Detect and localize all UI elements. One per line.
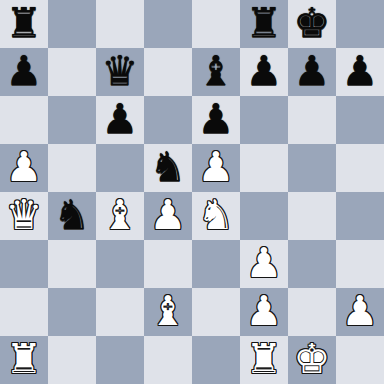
- square-g7[interactable]: ♟: [288, 48, 336, 96]
- square-h8[interactable]: [336, 0, 384, 48]
- square-a6[interactable]: [0, 96, 48, 144]
- black-king-g8[interactable]: ♚: [294, 0, 331, 47]
- square-h1[interactable]: [336, 336, 384, 384]
- black-rook-a8[interactable]: ♜: [6, 0, 43, 47]
- square-e7[interactable]: ♝: [192, 48, 240, 96]
- square-g3[interactable]: [288, 240, 336, 288]
- square-b2[interactable]: [48, 288, 96, 336]
- black-pawn-h7[interactable]: ♟: [342, 47, 379, 95]
- square-d5[interactable]: ♞: [144, 144, 192, 192]
- square-h4[interactable]: [336, 192, 384, 240]
- square-e6[interactable]: ♟: [192, 96, 240, 144]
- square-c1[interactable]: [96, 336, 144, 384]
- square-f4[interactable]: [240, 192, 288, 240]
- square-e3[interactable]: [192, 240, 240, 288]
- square-b6[interactable]: [48, 96, 96, 144]
- square-c6[interactable]: ♟: [96, 96, 144, 144]
- square-h2[interactable]: ♟: [336, 288, 384, 336]
- square-b8[interactable]: [48, 0, 96, 48]
- square-f1[interactable]: ♜: [240, 336, 288, 384]
- white-pawn-h2[interactable]: ♟: [342, 287, 379, 335]
- black-pawn-g7[interactable]: ♟: [294, 47, 331, 95]
- square-e4[interactable]: ♞: [192, 192, 240, 240]
- square-f2[interactable]: ♟: [240, 288, 288, 336]
- square-c7[interactable]: ♛: [96, 48, 144, 96]
- square-d8[interactable]: [144, 0, 192, 48]
- white-queen-a4[interactable]: ♛: [6, 191, 43, 239]
- square-f5[interactable]: [240, 144, 288, 192]
- black-pawn-e6[interactable]: ♟: [198, 95, 235, 143]
- black-knight-d5[interactable]: ♞: [150, 143, 187, 191]
- square-c5[interactable]: [96, 144, 144, 192]
- square-b3[interactable]: [48, 240, 96, 288]
- black-pawn-f7[interactable]: ♟: [246, 47, 283, 95]
- black-bishop-e7[interactable]: ♝: [198, 47, 235, 95]
- square-e1[interactable]: [192, 336, 240, 384]
- square-c8[interactable]: [96, 0, 144, 48]
- square-a4[interactable]: ♛: [0, 192, 48, 240]
- square-g2[interactable]: [288, 288, 336, 336]
- square-g4[interactable]: [288, 192, 336, 240]
- white-pawn-d4[interactable]: ♟: [150, 191, 187, 239]
- square-a7[interactable]: ♟: [0, 48, 48, 96]
- square-f6[interactable]: [240, 96, 288, 144]
- square-c2[interactable]: [96, 288, 144, 336]
- white-pawn-e5[interactable]: ♟: [198, 143, 235, 191]
- white-rook-f1[interactable]: ♜: [246, 335, 283, 383]
- square-b5[interactable]: [48, 144, 96, 192]
- white-bishop-d2[interactable]: ♝: [150, 287, 187, 335]
- square-f7[interactable]: ♟: [240, 48, 288, 96]
- chess-board: ♜♜♚♟♛♝♟♟♟♟♟♟♞♟♛♞♝♟♞♟♝♟♟♜♜♚: [0, 0, 384, 384]
- square-f3[interactable]: ♟: [240, 240, 288, 288]
- black-pawn-c6[interactable]: ♟: [102, 95, 139, 143]
- square-a8[interactable]: ♜: [0, 0, 48, 48]
- square-d4[interactable]: ♟: [144, 192, 192, 240]
- white-pawn-a5[interactable]: ♟: [6, 143, 43, 191]
- square-c4[interactable]: ♝: [96, 192, 144, 240]
- square-a2[interactable]: [0, 288, 48, 336]
- square-e5[interactable]: ♟: [192, 144, 240, 192]
- white-knight-e4[interactable]: ♞: [198, 191, 235, 239]
- square-h6[interactable]: [336, 96, 384, 144]
- square-h7[interactable]: ♟: [336, 48, 384, 96]
- square-b1[interactable]: [48, 336, 96, 384]
- square-d3[interactable]: [144, 240, 192, 288]
- square-g8[interactable]: ♚: [288, 0, 336, 48]
- square-h5[interactable]: [336, 144, 384, 192]
- black-pawn-a7[interactable]: ♟: [6, 47, 43, 95]
- white-king-g1[interactable]: ♚: [294, 335, 331, 383]
- white-pawn-f3[interactable]: ♟: [246, 239, 283, 287]
- square-b4[interactable]: ♞: [48, 192, 96, 240]
- white-bishop-c4[interactable]: ♝: [102, 191, 139, 239]
- square-h3[interactable]: [336, 240, 384, 288]
- square-c3[interactable]: [96, 240, 144, 288]
- square-d1[interactable]: [144, 336, 192, 384]
- white-pawn-f2[interactable]: ♟: [246, 287, 283, 335]
- square-a1[interactable]: ♜: [0, 336, 48, 384]
- square-g6[interactable]: [288, 96, 336, 144]
- square-a3[interactable]: [0, 240, 48, 288]
- black-rook-f8[interactable]: ♜: [246, 0, 283, 47]
- square-e2[interactable]: [192, 288, 240, 336]
- square-g1[interactable]: ♚: [288, 336, 336, 384]
- square-b7[interactable]: [48, 48, 96, 96]
- black-queen-c7[interactable]: ♛: [102, 47, 139, 95]
- square-d6[interactable]: [144, 96, 192, 144]
- black-knight-b4[interactable]: ♞: [54, 191, 91, 239]
- square-d2[interactable]: ♝: [144, 288, 192, 336]
- square-a5[interactable]: ♟: [0, 144, 48, 192]
- square-e8[interactable]: [192, 0, 240, 48]
- white-rook-a1[interactable]: ♜: [6, 335, 43, 383]
- square-g5[interactable]: [288, 144, 336, 192]
- square-f8[interactable]: ♜: [240, 0, 288, 48]
- square-d7[interactable]: [144, 48, 192, 96]
